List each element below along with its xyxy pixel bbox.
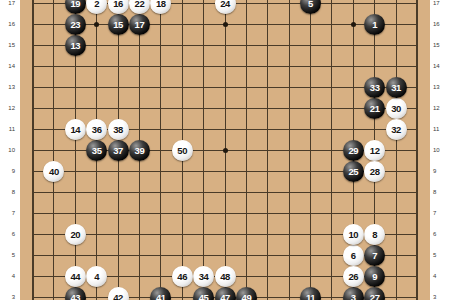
star-point bbox=[351, 22, 356, 27]
stone-white-34[interactable]: 34 bbox=[193, 266, 214, 287]
row-label-left-15: 15 bbox=[1, 41, 15, 49]
stone-white-46[interactable]: 46 bbox=[172, 266, 193, 287]
stone-white-36[interactable]: 36 bbox=[86, 119, 107, 140]
stone-white-16[interactable]: 16 bbox=[108, 0, 129, 14]
row-label-right-7: 7 bbox=[433, 209, 447, 217]
stone-black-43[interactable]: 43 bbox=[65, 287, 86, 300]
stone-white-20[interactable]: 20 bbox=[65, 224, 86, 245]
row-label-left-11: 11 bbox=[1, 125, 15, 133]
row-label-left-16: 16 bbox=[1, 20, 15, 28]
row-label-right-12: 12 bbox=[433, 104, 447, 112]
row-label-left-12: 12 bbox=[1, 104, 15, 112]
row-label-left-17: 17 bbox=[1, 0, 15, 7]
grid-line-horizontal bbox=[32, 45, 419, 46]
stone-white-12[interactable]: 12 bbox=[364, 140, 385, 161]
stone-white-14[interactable]: 14 bbox=[65, 119, 86, 140]
row-label-left-7: 7 bbox=[1, 209, 15, 217]
stone-black-15[interactable]: 15 bbox=[108, 14, 129, 35]
row-label-right-14: 14 bbox=[433, 62, 447, 70]
stone-white-38[interactable]: 38 bbox=[108, 119, 129, 140]
stone-white-18[interactable]: 18 bbox=[150, 0, 171, 14]
star-point bbox=[223, 22, 228, 27]
stone-white-10[interactable]: 10 bbox=[343, 224, 364, 245]
stone-black-33[interactable]: 33 bbox=[364, 77, 385, 98]
row-label-right-16: 16 bbox=[433, 20, 447, 28]
stone-white-4[interactable]: 4 bbox=[86, 266, 107, 287]
star-point bbox=[94, 22, 99, 27]
row-label-left-8: 8 bbox=[1, 188, 15, 196]
stone-black-39[interactable]: 39 bbox=[129, 140, 150, 161]
grid-line-horizontal bbox=[32, 192, 419, 193]
stone-white-26[interactable]: 26 bbox=[343, 266, 364, 287]
stone-white-32[interactable]: 32 bbox=[386, 119, 407, 140]
row-label-right-6: 6 bbox=[433, 230, 447, 238]
stone-black-11[interactable]: 11 bbox=[300, 287, 321, 300]
stone-black-19[interactable]: 19 bbox=[65, 0, 86, 14]
row-label-left-4: 4 bbox=[1, 272, 15, 280]
row-label-right-5: 5 bbox=[433, 251, 447, 259]
row-label-right-4: 4 bbox=[433, 272, 447, 280]
stone-black-1[interactable]: 1 bbox=[364, 14, 385, 35]
stone-black-47[interactable]: 47 bbox=[215, 287, 236, 300]
stone-white-28[interactable]: 28 bbox=[364, 161, 385, 182]
stone-black-49[interactable]: 49 bbox=[236, 287, 257, 300]
row-label-right-13: 13 bbox=[433, 83, 447, 91]
star-point bbox=[223, 148, 228, 153]
stone-black-9[interactable]: 9 bbox=[364, 266, 385, 287]
stone-black-13[interactable]: 13 bbox=[65, 35, 86, 56]
stone-white-50[interactable]: 50 bbox=[172, 140, 193, 161]
stone-black-17[interactable]: 17 bbox=[129, 14, 150, 35]
stone-black-31[interactable]: 31 bbox=[386, 77, 407, 98]
stone-white-2[interactable]: 2 bbox=[86, 0, 107, 14]
row-label-left-13: 13 bbox=[1, 83, 15, 91]
row-label-left-14: 14 bbox=[1, 62, 15, 70]
row-label-right-11: 11 bbox=[433, 125, 447, 133]
stone-white-8[interactable]: 8 bbox=[364, 224, 385, 245]
stone-white-22[interactable]: 22 bbox=[129, 0, 150, 14]
row-label-right-15: 15 bbox=[433, 41, 447, 49]
stone-black-35[interactable]: 35 bbox=[86, 140, 107, 161]
row-label-right-9: 9 bbox=[433, 167, 447, 175]
row-label-right-10: 10 bbox=[433, 146, 447, 154]
row-label-right-17: 17 bbox=[433, 0, 447, 7]
stone-black-7[interactable]: 7 bbox=[364, 245, 385, 266]
row-label-left-6: 6 bbox=[1, 230, 15, 238]
stone-black-29[interactable]: 29 bbox=[343, 140, 364, 161]
stone-black-25[interactable]: 25 bbox=[343, 161, 364, 182]
row-label-left-3: 3 bbox=[1, 293, 15, 300]
stone-white-30[interactable]: 30 bbox=[386, 98, 407, 119]
row-label-left-5: 5 bbox=[1, 251, 15, 259]
stone-black-21[interactable]: 21 bbox=[364, 98, 385, 119]
stone-black-27[interactable]: 27 bbox=[364, 287, 385, 300]
row-label-left-9: 9 bbox=[1, 167, 15, 175]
row-label-right-3: 3 bbox=[433, 293, 447, 300]
grid-line-horizontal bbox=[32, 87, 419, 88]
go-board-layer: 1717161615151414131312121111101099887766… bbox=[0, 0, 450, 300]
stone-black-3[interactable]: 3 bbox=[343, 287, 364, 300]
stone-white-42[interactable]: 42 bbox=[108, 287, 129, 300]
stone-white-44[interactable]: 44 bbox=[65, 266, 86, 287]
grid-line-horizontal bbox=[32, 108, 419, 109]
grid-line-horizontal bbox=[32, 66, 419, 67]
stone-white-6[interactable]: 6 bbox=[343, 245, 364, 266]
go-diagram-window: 1717161615151414131312121111101099887766… bbox=[0, 0, 450, 300]
stone-white-48[interactable]: 48 bbox=[215, 266, 236, 287]
row-label-right-8: 8 bbox=[433, 188, 447, 196]
stone-black-41[interactable]: 41 bbox=[150, 287, 171, 300]
row-label-left-10: 10 bbox=[1, 146, 15, 154]
stone-black-45[interactable]: 45 bbox=[193, 287, 214, 300]
grid-line-horizontal bbox=[32, 213, 419, 214]
stone-black-23[interactable]: 23 bbox=[65, 14, 86, 35]
stone-white-24[interactable]: 24 bbox=[215, 0, 236, 14]
stone-black-5[interactable]: 5 bbox=[300, 0, 321, 14]
stone-black-37[interactable]: 37 bbox=[108, 140, 129, 161]
stone-white-40[interactable]: 40 bbox=[43, 161, 64, 182]
